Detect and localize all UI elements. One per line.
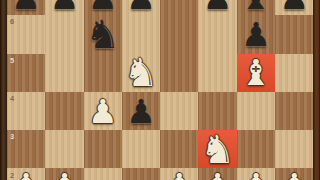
board: ♟♟♟♟♟♝♟♞♟♞♝♟♟♞♟♟♟♟♟♟65432: [7, 0, 313, 180]
piece-white-pawn-e2[interactable]: ♟: [160, 166, 198, 180]
piece-white-pawn-g2[interactable]: ♟: [237, 166, 275, 180]
square-f5[interactable]: [198, 54, 236, 92]
square-h5[interactable]: [275, 54, 313, 92]
rank-label-4: 4: [10, 94, 14, 103]
square-f4[interactable]: [198, 92, 236, 130]
square-g6[interactable]: ♟: [237, 15, 275, 53]
square-b5[interactable]: [45, 54, 83, 92]
piece-black-bishop-g7[interactable]: ♝: [237, 0, 275, 16]
square-f6[interactable]: [198, 15, 236, 53]
square-d3[interactable]: [122, 130, 160, 168]
square-d2[interactable]: [122, 168, 160, 180]
piece-white-pawn-b2[interactable]: ♟: [45, 166, 83, 180]
square-g2[interactable]: ♟: [237, 168, 275, 180]
piece-white-pawn-c4[interactable]: ♟: [84, 92, 122, 130]
piece-black-pawn-a7[interactable]: ♟: [7, 0, 45, 16]
piece-black-pawn-d7[interactable]: ♟: [122, 0, 160, 16]
square-e4[interactable]: [160, 92, 198, 130]
square-e6[interactable]: [160, 15, 198, 53]
square-h2[interactable]: ♟: [275, 168, 313, 180]
square-h6[interactable]: [275, 15, 313, 53]
square-e7[interactable]: [160, 0, 198, 15]
square-f3[interactable]: ♞: [198, 130, 236, 168]
square-b3[interactable]: [45, 130, 83, 168]
piece-black-knight-c6[interactable]: ♞: [84, 15, 122, 53]
square-c2[interactable]: [84, 168, 122, 180]
square-g7[interactable]: ♝: [237, 0, 275, 15]
piece-black-pawn-f7[interactable]: ♟: [198, 0, 236, 16]
square-c5[interactable]: [84, 54, 122, 92]
square-h4[interactable]: [275, 92, 313, 130]
rank-label-6: 6: [10, 17, 14, 26]
piece-white-pawn-f2[interactable]: ♟: [198, 166, 236, 180]
piece-white-pawn-h2[interactable]: ♟: [275, 166, 313, 180]
piece-white-knight-d5[interactable]: ♞: [122, 54, 160, 92]
square-h7[interactable]: ♟: [275, 0, 313, 15]
rank-label-2: 2: [10, 171, 14, 180]
square-g5[interactable]: ♝: [237, 54, 275, 92]
square-f7[interactable]: ♟: [198, 0, 236, 15]
square-d4[interactable]: ♟: [122, 92, 160, 130]
square-e2[interactable]: ♟: [160, 168, 198, 180]
board-frame-left: [0, 0, 7, 180]
square-a7[interactable]: ♟: [7, 0, 45, 15]
square-c4[interactable]: ♟: [84, 92, 122, 130]
square-g3[interactable]: [237, 130, 275, 168]
piece-white-bishop-g5[interactable]: ♝: [237, 54, 275, 92]
square-e3[interactable]: [160, 130, 198, 168]
board-frame-right: [313, 0, 320, 180]
piece-black-pawn-b7[interactable]: ♟: [45, 0, 83, 16]
rank-label-5: 5: [10, 56, 14, 65]
square-d6[interactable]: [122, 15, 160, 53]
square-h3[interactable]: [275, 130, 313, 168]
square-e5[interactable]: [160, 54, 198, 92]
piece-black-pawn-d4[interactable]: ♟: [122, 92, 160, 130]
square-g4[interactable]: [237, 92, 275, 130]
square-d7[interactable]: ♟: [122, 0, 160, 15]
chessboard-screenshot: ♟♟♟♟♟♝♟♞♟♞♝♟♟♞♟♟♟♟♟♟65432: [0, 0, 320, 180]
piece-black-pawn-g6[interactable]: ♟: [237, 15, 275, 53]
square-d5[interactable]: ♞: [122, 54, 160, 92]
piece-black-pawn-h7[interactable]: ♟: [275, 0, 313, 16]
square-b7[interactable]: ♟: [45, 0, 83, 15]
square-b2[interactable]: ♟: [45, 168, 83, 180]
rank-label-3: 3: [10, 132, 14, 141]
square-c6[interactable]: ♞: [84, 15, 122, 53]
square-c3[interactable]: [84, 130, 122, 168]
square-b4[interactable]: [45, 92, 83, 130]
square-b6[interactable]: [45, 15, 83, 53]
square-f2[interactable]: ♟: [198, 168, 236, 180]
piece-white-knight-f3[interactable]: ♞: [198, 130, 236, 168]
